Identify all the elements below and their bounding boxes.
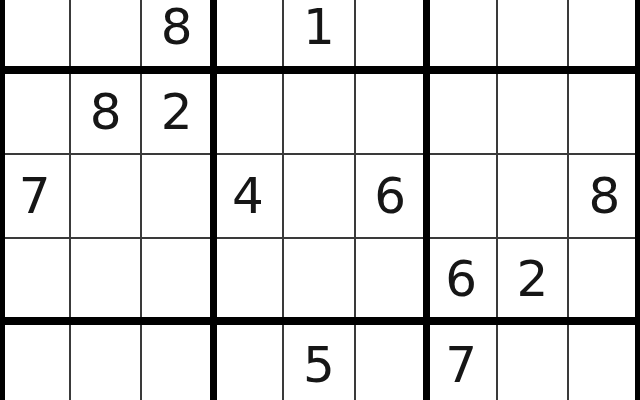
cell-r2c6[interactable] bbox=[356, 70, 427, 155]
cell-r4c5[interactable] bbox=[284, 239, 355, 321]
cell-r3c6[interactable]: 6 bbox=[356, 155, 427, 239]
box-border-vertical-2 bbox=[423, 0, 430, 400]
cell-r4c3[interactable] bbox=[142, 239, 213, 321]
cell-r2c7[interactable] bbox=[427, 70, 498, 155]
cell-r5c4[interactable] bbox=[213, 321, 284, 400]
cell-r2c8[interactable] bbox=[498, 70, 569, 155]
cell-r3c9[interactable]: 8 bbox=[569, 155, 640, 239]
cell-r2c3[interactable]: 2 bbox=[142, 70, 213, 155]
cell-r5c2[interactable] bbox=[71, 321, 142, 400]
cell-r4c1[interactable] bbox=[0, 239, 71, 321]
cell-r2c9[interactable] bbox=[569, 70, 640, 155]
cell-r1c7[interactable] bbox=[427, 0, 498, 70]
cell-r4c8[interactable]: 2 bbox=[498, 239, 569, 321]
cell-r5c8[interactable] bbox=[498, 321, 569, 400]
cell-r5c3[interactable] bbox=[142, 321, 213, 400]
box-border-right bbox=[635, 0, 640, 400]
box-border-horizontal-2 bbox=[0, 317, 640, 325]
sudoku-grid: 818274686257 bbox=[0, 0, 640, 400]
cell-r1c9[interactable] bbox=[569, 0, 640, 70]
cell-r3c2[interactable] bbox=[71, 155, 142, 239]
cell-r1c6[interactable] bbox=[356, 0, 427, 70]
box-border-horizontal-1 bbox=[0, 66, 640, 74]
cell-r4c9[interactable] bbox=[569, 239, 640, 321]
cell-r3c7[interactable] bbox=[427, 155, 498, 239]
cell-r1c4[interactable] bbox=[213, 0, 284, 70]
cell-r3c8[interactable] bbox=[498, 155, 569, 239]
cell-r4c7[interactable]: 6 bbox=[427, 239, 498, 321]
cell-r1c1[interactable] bbox=[0, 0, 71, 70]
cell-r2c4[interactable] bbox=[213, 70, 284, 155]
cell-r5c7[interactable]: 7 bbox=[427, 321, 498, 400]
cell-r4c6[interactable] bbox=[356, 239, 427, 321]
cell-r3c1[interactable]: 7 bbox=[0, 155, 71, 239]
cell-r4c4[interactable] bbox=[213, 239, 284, 321]
cell-r1c2[interactable] bbox=[71, 0, 142, 70]
cell-r1c8[interactable] bbox=[498, 0, 569, 70]
cell-r2c1[interactable] bbox=[0, 70, 71, 155]
cell-r1c5[interactable]: 1 bbox=[284, 0, 355, 70]
box-border-left bbox=[0, 0, 5, 400]
cell-r5c1[interactable] bbox=[0, 321, 71, 400]
box-border-vertical-1 bbox=[210, 0, 217, 400]
cell-r2c2[interactable]: 8 bbox=[71, 70, 142, 155]
cell-r4c2[interactable] bbox=[71, 239, 142, 321]
cell-r1c3[interactable]: 8 bbox=[142, 0, 213, 70]
cell-r5c9[interactable] bbox=[569, 321, 640, 400]
cell-r5c5[interactable]: 5 bbox=[284, 321, 355, 400]
cell-r3c3[interactable] bbox=[142, 155, 213, 239]
sudoku-board-viewport: 818274686257 bbox=[0, 0, 640, 400]
cell-r2c5[interactable] bbox=[284, 70, 355, 155]
cell-r3c5[interactable] bbox=[284, 155, 355, 239]
cell-r5c6[interactable] bbox=[356, 321, 427, 400]
cell-r3c4[interactable]: 4 bbox=[213, 155, 284, 239]
